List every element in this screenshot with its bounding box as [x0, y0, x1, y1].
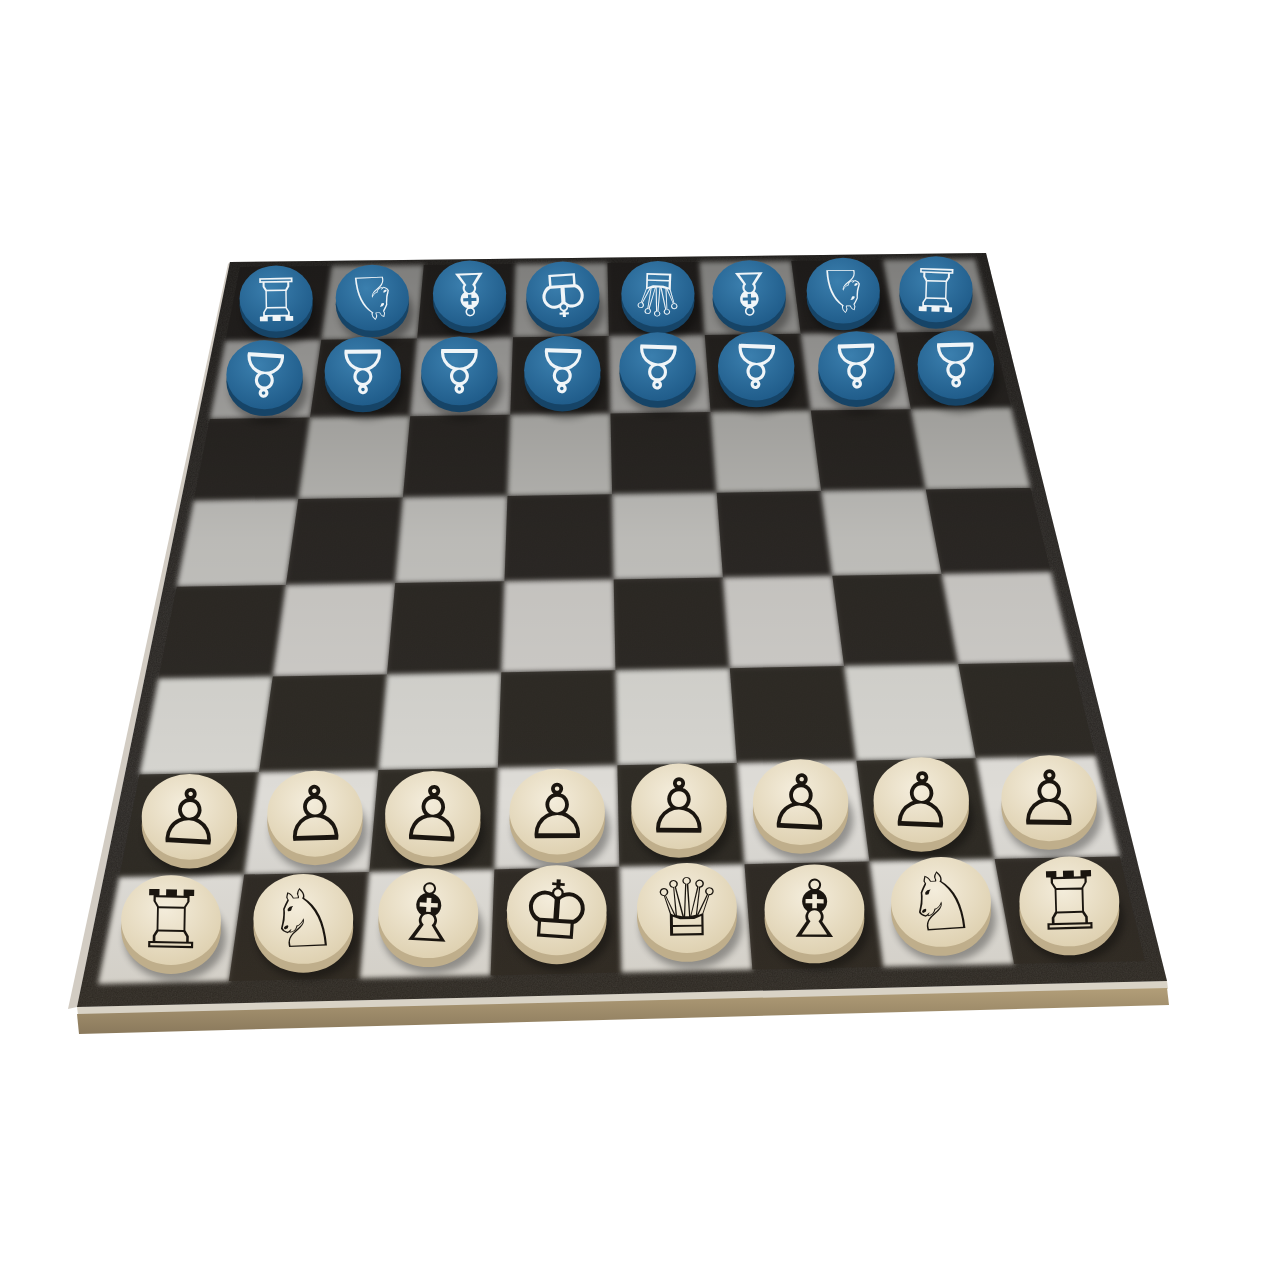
pawn-glyph: ♙ — [280, 768, 351, 859]
queen-glyph: ♕ — [650, 861, 723, 955]
king-glyph: ♔ — [534, 258, 591, 330]
knight-glyph: ♘ — [266, 871, 341, 967]
pawn-glyph: ♙ — [1014, 753, 1083, 843]
chessboard: ♖♘♗♔♕♗♘♖♙♙♙♙♙♙♙♙♙♙♙♙♙♙♙♙♖♘♗♔♕♗♘♖ — [0, 0, 1280, 1280]
pawn-glyph: ♙ — [629, 330, 686, 403]
knight-glyph: ♘ — [902, 853, 980, 950]
bishop-glyph: ♗ — [722, 258, 776, 328]
pawn-glyph: ♙ — [885, 754, 957, 846]
rook-glyph: ♖ — [908, 254, 963, 325]
bishop-glyph: ♗ — [390, 865, 467, 962]
pawn-glyph: ♙ — [534, 334, 591, 407]
pawn-glyph: ♙ — [396, 768, 469, 861]
rook-glyph: ♖ — [1032, 854, 1106, 949]
rook-glyph: ♖ — [134, 873, 207, 967]
pawn-glyph: ♙ — [523, 767, 591, 856]
bishop-glyph: ♗ — [442, 258, 497, 329]
queen-glyph: ♕ — [630, 258, 685, 329]
pawn-glyph: ♙ — [828, 329, 885, 402]
product-photo: ♖♘♗♔♕♗♘♖♙♙♙♙♙♙♙♙♙♙♙♙♙♙♙♙♖♘♗♔♕♗♘♖ — [0, 0, 1280, 1280]
rook-glyph: ♖ — [249, 263, 303, 333]
pawn-glyph: ♙ — [645, 762, 714, 851]
pawn-glyph: ♙ — [432, 335, 487, 406]
pawn-glyph: ♙ — [764, 756, 836, 848]
king-glyph: ♔ — [518, 861, 596, 959]
pawn-glyph: ♙ — [153, 771, 226, 864]
pawn-glyph: ♙ — [728, 329, 785, 402]
knight-glyph: ♘ — [344, 262, 400, 333]
pawn-glyph: ♙ — [335, 335, 390, 406]
bishop-glyph: ♗ — [778, 863, 850, 956]
pawn-glyph: ♙ — [928, 328, 984, 400]
pawn-glyph: ♙ — [235, 338, 294, 412]
knight-glyph: ♘ — [816, 256, 870, 326]
